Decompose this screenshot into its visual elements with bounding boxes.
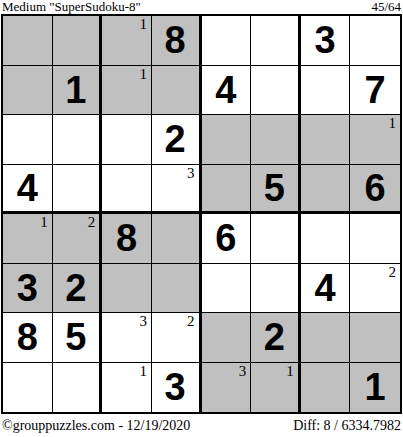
cell-r1c6[interactable]	[251, 16, 301, 66]
cell-r1c3[interactable]: 1	[102, 16, 152, 66]
given-digit: 3	[314, 21, 335, 59]
cell-r7c1[interactable]: 8	[3, 313, 53, 363]
cell-r2c1[interactable]	[3, 66, 53, 116]
cell-r3c4[interactable]: 2	[152, 115, 202, 165]
cell-r7c2[interactable]: 5	[53, 313, 103, 363]
cell-r2c2[interactable]: 1	[53, 66, 103, 116]
given-digit: 4	[215, 71, 236, 109]
given-digit: 4	[314, 269, 335, 307]
pencil-mark: 2	[88, 215, 96, 230]
cell-r1c5[interactable]	[202, 16, 252, 66]
given-digit: 1	[365, 368, 386, 406]
cell-r5c3[interactable]: 8	[102, 214, 152, 264]
pencil-mark: 1	[389, 116, 397, 131]
pencil-mark: 1	[286, 364, 294, 379]
cell-r7c3[interactable]: 3	[102, 313, 152, 363]
cell-r4c5[interactable]	[202, 165, 252, 215]
sudoku-board: 1831147214356128632428532213311	[1, 14, 402, 414]
cell-r8c4[interactable]: 3	[152, 363, 202, 413]
cell-r5c4[interactable]	[152, 214, 202, 264]
cell-r4c6[interactable]: 5	[251, 165, 301, 215]
given-digit: 1	[65, 71, 86, 109]
difficulty-text: Diff: 8 / 6334.7982	[293, 418, 401, 434]
given-digit: 5	[264, 169, 285, 207]
cell-r5c1[interactable]: 1	[3, 214, 53, 264]
cell-r6c8[interactable]: 2	[350, 264, 400, 314]
given-digit: 2	[264, 318, 285, 356]
cell-r8c6[interactable]: 1	[251, 363, 301, 413]
cell-r8c7[interactable]	[301, 363, 351, 413]
pencil-mark: 3	[187, 166, 195, 181]
pencil-mark: 1	[139, 17, 147, 32]
cell-r7c7[interactable]	[301, 313, 351, 363]
cell-r4c1[interactable]: 4	[3, 165, 53, 215]
copyright-text: ©grouppuzzles.com - 12/19/2020	[2, 418, 190, 434]
pencil-mark: 2	[389, 265, 397, 280]
given-digit: 5	[65, 318, 86, 356]
progress-counter: 45/64	[371, 0, 401, 13]
pencil-mark: 3	[139, 314, 147, 329]
cell-r5c8[interactable]	[350, 214, 400, 264]
cell-r1c8[interactable]	[350, 16, 400, 66]
cell-r6c4[interactable]	[152, 264, 202, 314]
cell-r5c7[interactable]	[301, 214, 351, 264]
puzzle-title: Medium "SuperSudoku-8"	[2, 0, 141, 13]
given-digit: 6	[215, 219, 236, 257]
given-digit: 6	[365, 169, 386, 207]
cell-r5c5[interactable]: 6	[202, 214, 252, 264]
footer-bar: ©grouppuzzles.com - 12/19/2020 Diff: 8 /…	[0, 418, 403, 434]
given-digit: 2	[165, 120, 186, 158]
cell-r7c4[interactable]: 2	[152, 313, 202, 363]
cell-r3c7[interactable]	[301, 115, 351, 165]
cell-r3c6[interactable]	[251, 115, 301, 165]
cell-r6c1[interactable]: 3	[3, 264, 53, 314]
cell-r4c4[interactable]: 3	[152, 165, 202, 215]
cell-r3c8[interactable]: 1	[350, 115, 400, 165]
cell-r4c3[interactable]	[102, 165, 152, 215]
cell-r8c3[interactable]: 1	[102, 363, 152, 413]
cell-r3c2[interactable]	[53, 115, 103, 165]
given-digit: 3	[165, 368, 186, 406]
given-digit: 2	[65, 269, 86, 307]
pencil-mark: 1	[40, 215, 48, 230]
pencil-mark: 1	[139, 67, 147, 82]
cell-r3c1[interactable]	[3, 115, 53, 165]
cell-r7c8[interactable]	[350, 313, 400, 363]
cell-r4c7[interactable]	[301, 165, 351, 215]
cell-r2c6[interactable]	[251, 66, 301, 116]
cell-r2c8[interactable]: 7	[350, 66, 400, 116]
cell-r5c2[interactable]: 2	[53, 214, 103, 264]
given-digit: 8	[17, 318, 38, 356]
cell-r7c5[interactable]	[202, 313, 252, 363]
pencil-mark: 3	[239, 364, 247, 379]
pencil-mark: 1	[139, 364, 147, 379]
cell-r4c8[interactable]: 6	[350, 165, 400, 215]
cell-r5c6[interactable]	[251, 214, 301, 264]
cell-r4c2[interactable]	[53, 165, 103, 215]
given-digit: 3	[17, 269, 38, 307]
cell-r3c5[interactable]	[202, 115, 252, 165]
cell-r2c4[interactable]	[152, 66, 202, 116]
header-bar: Medium "SuperSudoku-8" 45/64	[0, 0, 403, 14]
cell-r6c7[interactable]: 4	[301, 264, 351, 314]
cell-r6c6[interactable]	[251, 264, 301, 314]
cell-r8c8[interactable]: 1	[350, 363, 400, 413]
given-digit: 8	[116, 219, 137, 257]
cell-r6c5[interactable]	[202, 264, 252, 314]
cell-r1c7[interactable]: 3	[301, 16, 351, 66]
cell-r3c3[interactable]	[102, 115, 152, 165]
cell-r6c2[interactable]: 2	[53, 264, 103, 314]
cell-r2c3[interactable]: 1	[102, 66, 152, 116]
cell-r8c1[interactable]	[3, 363, 53, 413]
cell-r2c7[interactable]	[301, 66, 351, 116]
cell-r1c4[interactable]: 8	[152, 16, 202, 66]
given-digit: 7	[365, 71, 386, 109]
pencil-mark: 2	[187, 314, 195, 329]
cell-r7c6[interactable]: 2	[251, 313, 301, 363]
cell-r8c2[interactable]	[53, 363, 103, 413]
cell-r6c3[interactable]	[102, 264, 152, 314]
given-digit: 8	[165, 21, 186, 59]
cell-r2c5[interactable]: 4	[202, 66, 252, 116]
cell-r1c1[interactable]	[3, 16, 53, 66]
cell-r8c5[interactable]: 3	[202, 363, 252, 413]
given-digit: 4	[17, 169, 38, 207]
cell-r1c2[interactable]	[53, 16, 103, 66]
